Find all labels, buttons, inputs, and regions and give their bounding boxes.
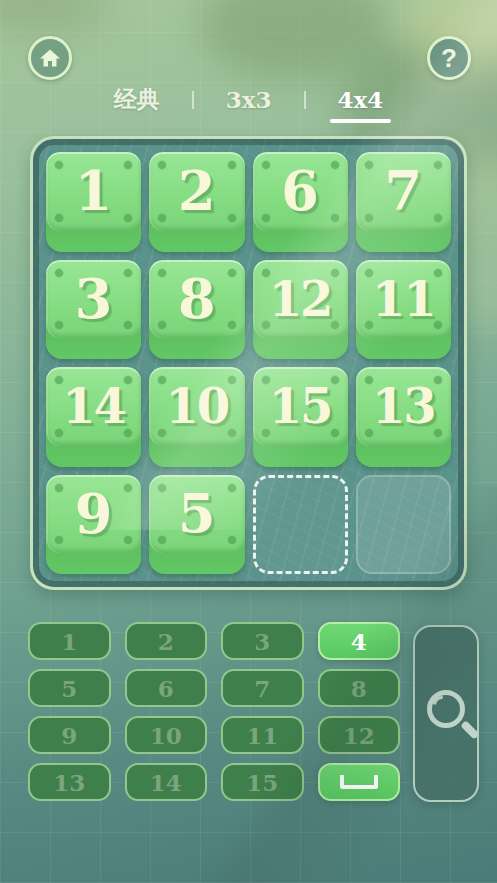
tile-face: 6: [253, 152, 348, 231]
magnifier-icon: [427, 690, 465, 728]
pad-button-6[interactable]: 6: [125, 669, 208, 707]
tab-3x3[interactable]: 3x3: [220, 86, 278, 113]
leaf-shadow-decoration: [200, 0, 390, 80]
pad-button-3[interactable]: 3: [221, 622, 304, 660]
tile-number: 7: [385, 164, 423, 218]
tab-separator: [304, 91, 306, 109]
tile-13[interactable]: 13: [356, 367, 451, 467]
tile-number: 11: [372, 275, 435, 323]
tile-face: 3: [46, 260, 141, 339]
pad-button-blank[interactable]: [318, 763, 401, 801]
tile-number: 6: [281, 164, 319, 218]
tile-face: 12: [253, 260, 348, 339]
tile-number: 15: [269, 382, 332, 430]
tile-10[interactable]: 10: [149, 367, 244, 467]
tile-number: 1: [75, 164, 113, 218]
leaf-shadow-decoration: [0, 0, 110, 35]
tile-face: 9: [46, 475, 141, 554]
pad-button-14[interactable]: 14: [125, 763, 208, 801]
tile-face: 5: [149, 475, 244, 554]
tile-5[interactable]: 5: [149, 475, 244, 575]
question-mark-icon: ?: [441, 45, 457, 71]
tab-separator: [192, 91, 194, 109]
tile-face: 7: [356, 152, 451, 231]
tile-face: 11: [356, 260, 451, 339]
pad-button-4[interactable]: 4: [318, 622, 401, 660]
pad-button-12[interactable]: 12: [318, 716, 401, 754]
number-pad: 123456789101112131415: [28, 622, 400, 801]
tile-number: 10: [165, 382, 228, 430]
pad-button-8[interactable]: 8: [318, 669, 401, 707]
tile-face: 2: [149, 152, 244, 231]
home-button[interactable]: [28, 36, 72, 80]
pad-button-15[interactable]: 15: [221, 763, 304, 801]
empty-cell[interactable]: [356, 475, 451, 575]
tile-6[interactable]: 6: [253, 152, 348, 252]
empty-cell-target[interactable]: [253, 475, 348, 575]
tile-number: 8: [178, 272, 216, 326]
magnifier-button[interactable]: [413, 625, 479, 802]
tile-14[interactable]: 14: [46, 367, 141, 467]
blank-tile-icon: [340, 775, 378, 789]
tile-7[interactable]: 7: [356, 152, 451, 252]
puzzle-board: 12673812111410151395: [30, 136, 467, 590]
tile-number: 3: [75, 272, 113, 326]
pad-button-11[interactable]: 11: [221, 716, 304, 754]
tab-classic[interactable]: 经典: [108, 84, 166, 115]
board-grid: 12673812111410151395: [46, 152, 451, 574]
pad-button-1[interactable]: 1: [28, 622, 111, 660]
tile-face: 10: [149, 367, 244, 446]
tile-3[interactable]: 3: [46, 260, 141, 360]
mode-tabs: 经典 3x3 4x4: [0, 84, 497, 115]
tile-11[interactable]: 11: [356, 260, 451, 360]
help-button[interactable]: ?: [427, 36, 471, 80]
tile-15[interactable]: 15: [253, 367, 348, 467]
tile-8[interactable]: 8: [149, 260, 244, 360]
tile-face: 15: [253, 367, 348, 446]
pad-button-7[interactable]: 7: [221, 669, 304, 707]
tile-1[interactable]: 1: [46, 152, 141, 252]
app-screen: ? 经典 3x3 4x4 12673812111410151395 123456…: [0, 0, 497, 883]
tile-number: 13: [372, 382, 435, 430]
tile-face: 8: [149, 260, 244, 339]
pad-button-10[interactable]: 10: [125, 716, 208, 754]
pad-button-13[interactable]: 13: [28, 763, 111, 801]
tile-9[interactable]: 9: [46, 475, 141, 575]
tab-4x4[interactable]: 4x4: [332, 86, 390, 113]
tile-number: 12: [269, 275, 332, 323]
pad-button-9[interactable]: 9: [28, 716, 111, 754]
home-icon: [38, 46, 62, 70]
tile-number: 9: [75, 487, 113, 541]
tile-face: 13: [356, 367, 451, 446]
tile-number: 14: [62, 382, 125, 430]
tile-2[interactable]: 2: [149, 152, 244, 252]
tile-12[interactable]: 12: [253, 260, 348, 360]
tile-number: 2: [178, 164, 216, 218]
tile-face: 14: [46, 367, 141, 446]
pad-button-2[interactable]: 2: [125, 622, 208, 660]
tile-number: 5: [178, 487, 216, 541]
tile-face: 1: [46, 152, 141, 231]
pad-button-5[interactable]: 5: [28, 669, 111, 707]
